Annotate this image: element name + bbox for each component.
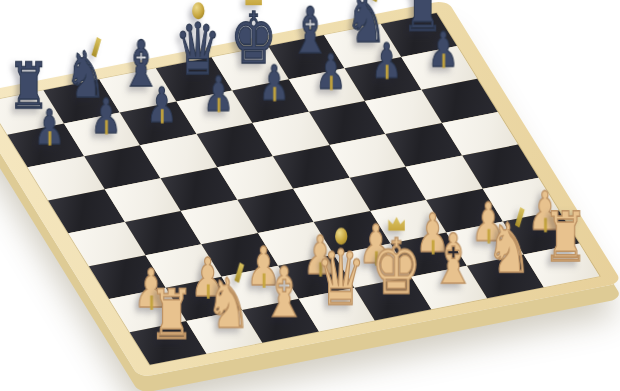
gold-stripe-icon [385,65,388,79]
gold-orb-icon [192,3,204,20]
gold-stripe-icon [273,87,276,101]
board-grid: ♜♞♝♛♚♝♞♜♟♟♟♟♟♟♟♟♟♟♟♟♟♟♟♟♜♞♝♛♚♝♞♜ [0,13,600,365]
piece-white-rook-h1[interactable]: ♜ [523,203,608,272]
gold-stripe-icon [104,120,107,134]
gold-orb-icon [334,228,346,245]
scene: ♜♞♝♛♚♝♞♜♟♟♟♟♟♟♟♟♟♟♟♟♟♟♟♟♜♞♝♛♚♝♞♜ [0,0,620,391]
chessboard: ♜♞♝♛♚♝♞♜♟♟♟♟♟♟♟♟♟♟♟♟♟♟♟♟♜♞♝♛♚♝♞♜ [0,0,620,378]
gold-stripe-icon [329,76,332,90]
gold-stripe-icon [48,131,51,145]
gold-stripe-icon [161,109,164,123]
gold-crown-icon [245,0,262,6]
piece-black-pawn-h7[interactable]: ♟ [400,26,485,74]
gold-stripe-icon [217,98,220,112]
gold-stripe-icon [442,54,445,68]
